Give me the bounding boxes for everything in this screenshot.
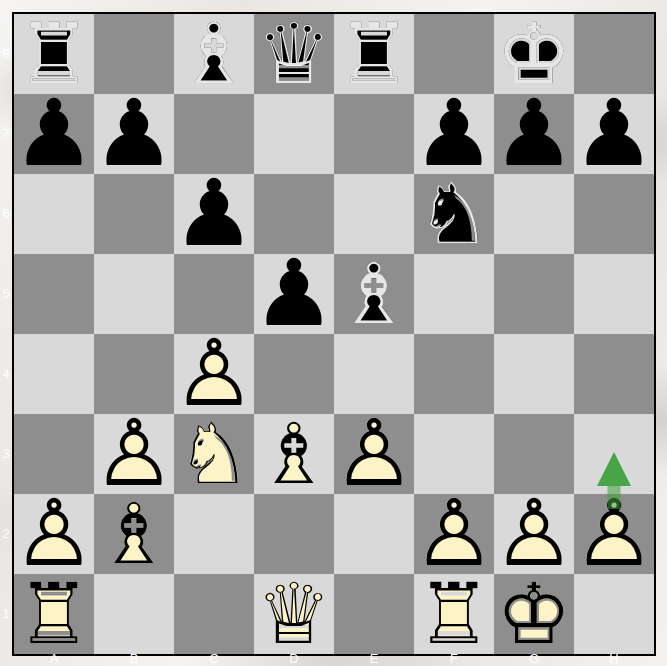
chess-board-grid: ♜♖♝♗♛♕♜♖♚♔♟♟♟♟♟♟♞♘♟♝♗♟♙♟♙♞♘♝♗♟♙♟♙♝♗♟♙♟♙♟… [14,14,654,654]
piece-outline-glyph: ♙ [414,494,494,574]
square-c6[interactable]: ♟ [174,174,254,254]
piece-outline-glyph: ♗ [254,414,334,494]
square-a6[interactable] [14,174,94,254]
piece-black-rook: ♜♖ [334,14,414,94]
piece-outline-glyph: ♙ [174,334,254,414]
square-b5[interactable] [94,254,174,334]
square-d7[interactable] [254,94,334,174]
piece-outline-glyph: ♕ [254,574,334,654]
square-h5[interactable] [574,254,654,334]
piece-outline-glyph: ♗ [174,14,254,94]
rank-label-7: 7 [0,127,12,141]
piece-fill-glyph: ♟ [494,94,574,174]
piece-black-pawn: ♟ [254,254,334,334]
piece-white-pawn: ♟♙ [174,334,254,414]
square-f4[interactable] [414,334,494,414]
square-g4[interactable] [494,334,574,414]
rank-label-1: 1 [0,607,12,621]
square-c8[interactable]: ♝♗ [174,14,254,94]
piece-black-pawn: ♟ [574,94,654,174]
square-h7[interactable]: ♟ [574,94,654,174]
piece-white-knight: ♞♘ [174,414,254,494]
square-f1[interactable]: ♜♖ [414,574,494,654]
piece-black-knight: ♞♘ [414,174,494,254]
file-label-f: F [414,652,494,666]
piece-outline-glyph: ♖ [14,574,94,654]
piece-black-queen: ♛♕ [254,14,334,94]
file-label-b: B [94,652,174,666]
square-g2[interactable]: ♟♙ [494,494,574,574]
piece-white-king: ♚♔ [494,574,574,654]
file-label-h: H [574,652,654,666]
piece-fill-glyph: ♟ [254,254,334,334]
piece-outline-glyph: ♖ [414,574,494,654]
rank-label-5: 5 [0,287,12,301]
square-c2[interactable] [174,494,254,574]
file-label-g: G [494,652,574,666]
piece-outline-glyph: ♖ [334,14,414,94]
piece-fill-glyph: ♟ [94,94,174,174]
square-d2[interactable] [254,494,334,574]
square-c4[interactable]: ♟♙ [174,334,254,414]
rank-label-8: 8 [0,47,12,61]
piece-white-pawn: ♟♙ [14,494,94,574]
square-a5[interactable] [14,254,94,334]
piece-outline-glyph: ♙ [574,494,654,574]
square-h6[interactable] [574,174,654,254]
piece-outline-glyph: ♙ [94,414,174,494]
piece-white-pawn: ♟♙ [334,414,414,494]
square-a1[interactable]: ♜♖ [14,574,94,654]
square-h1[interactable] [574,574,654,654]
piece-black-pawn: ♟ [14,94,94,174]
piece-white-bishop: ♝♗ [94,494,174,574]
square-g6[interactable] [494,174,574,254]
piece-outline-glyph: ♘ [174,414,254,494]
square-e2[interactable] [334,494,414,574]
square-e8[interactable]: ♜♖ [334,14,414,94]
square-b7[interactable]: ♟ [94,94,174,174]
piece-fill-glyph: ♟ [14,94,94,174]
piece-outline-glyph: ♗ [94,494,174,574]
square-b2[interactable]: ♝♗ [94,494,174,574]
square-a2[interactable]: ♟♙ [14,494,94,574]
square-g5[interactable] [494,254,574,334]
square-h4[interactable] [574,334,654,414]
piece-outline-glyph: ♙ [14,494,94,574]
square-e5[interactable]: ♝♗ [334,254,414,334]
chess-board-frame: ♜♖♝♗♛♕♜♖♚♔♟♟♟♟♟♟♞♘♟♝♗♟♙♟♙♞♘♝♗♟♙♟♙♝♗♟♙♟♙♟… [12,12,656,656]
square-b6[interactable] [94,174,174,254]
square-c3[interactable]: ♞♘ [174,414,254,494]
rank-label-2: 2 [0,527,12,541]
piece-white-queen: ♛♕ [254,574,334,654]
piece-black-pawn: ♟ [174,174,254,254]
piece-outline-glyph: ♙ [334,414,414,494]
square-d8[interactable]: ♛♕ [254,14,334,94]
chess-analysis-board-window: ♜♖♝♗♛♕♜♖♚♔♟♟♟♟♟♟♞♘♟♝♗♟♙♟♙♞♘♝♗♟♙♟♙♝♗♟♙♟♙♟… [0,0,667,666]
piece-outline-glyph: ♗ [334,254,414,334]
square-e1[interactable] [334,574,414,654]
square-d1[interactable]: ♛♕ [254,574,334,654]
square-a4[interactable] [14,334,94,414]
piece-white-rook: ♜♖ [14,574,94,654]
piece-white-bishop: ♝♗ [254,414,334,494]
file-label-c: C [174,652,254,666]
piece-black-bishop: ♝♗ [334,254,414,334]
piece-black-pawn: ♟ [414,94,494,174]
piece-white-pawn: ♟♙ [94,414,174,494]
square-e6[interactable] [334,174,414,254]
square-d3[interactable]: ♝♗ [254,414,334,494]
piece-fill-glyph: ♟ [174,174,254,254]
piece-outline-glyph: ♕ [254,14,334,94]
rank-label-6: 6 [0,207,12,221]
square-h2[interactable]: ♟♙ [574,494,654,574]
square-a7[interactable]: ♟ [14,94,94,174]
rank-label-4: 4 [0,367,12,381]
piece-white-rook: ♜♖ [414,574,494,654]
piece-outline-glyph: ♔ [494,574,574,654]
square-d5[interactable]: ♟ [254,254,334,334]
square-f2[interactable]: ♟♙ [414,494,494,574]
piece-outline-glyph: ♙ [494,494,574,574]
piece-white-pawn: ♟♙ [414,494,494,574]
square-d4[interactable] [254,334,334,414]
piece-outline-glyph: ♘ [414,174,494,254]
piece-fill-glyph: ♟ [414,94,494,174]
square-c1[interactable] [174,574,254,654]
square-f5[interactable] [414,254,494,334]
file-label-e: E [334,652,414,666]
piece-white-pawn: ♟♙ [574,494,654,574]
square-g1[interactable]: ♚♔ [494,574,574,654]
square-f6[interactable]: ♞♘ [414,174,494,254]
square-e7[interactable] [334,94,414,174]
square-b3[interactable]: ♟♙ [94,414,174,494]
piece-black-pawn: ♟ [494,94,574,174]
file-label-a: A [14,652,94,666]
rank-label-3: 3 [0,447,12,461]
square-g7[interactable]: ♟ [494,94,574,174]
piece-black-pawn: ♟ [94,94,174,174]
piece-white-pawn: ♟♙ [494,494,574,574]
piece-fill-glyph: ♟ [574,94,654,174]
file-label-d: D [254,652,334,666]
piece-black-bishop: ♝♗ [174,14,254,94]
square-b1[interactable] [94,574,174,654]
square-f7[interactable]: ♟ [414,94,494,174]
square-e3[interactable]: ♟♙ [334,414,414,494]
